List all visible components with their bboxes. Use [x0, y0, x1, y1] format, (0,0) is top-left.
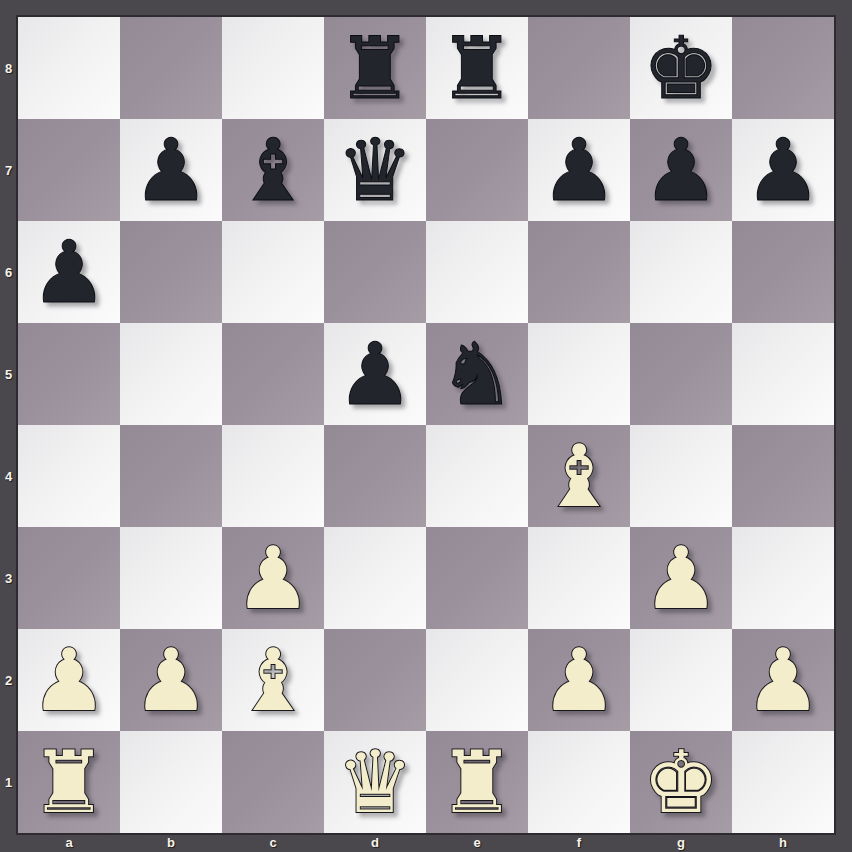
square-a2[interactable]: ♟ [18, 629, 120, 731]
file-label-d: d [324, 833, 426, 852]
square-f8[interactable] [528, 17, 630, 119]
square-e5[interactable]: ♞ [426, 323, 528, 425]
square-c8[interactable] [222, 17, 324, 119]
rank-label-3: 3 [0, 527, 17, 629]
square-b4[interactable] [120, 425, 222, 527]
rank-label-6: 6 [0, 221, 17, 323]
square-g8[interactable]: ♚ [630, 17, 732, 119]
piece-white-pawn[interactable]: ♟ [234, 527, 311, 629]
rank-label-2: 2 [0, 629, 17, 731]
square-d5[interactable]: ♟ [324, 323, 426, 425]
square-f4[interactable]: ♝ [528, 425, 630, 527]
square-f5[interactable] [528, 323, 630, 425]
file-label-a: a [18, 833, 120, 852]
rank-label-4: 4 [0, 425, 17, 527]
square-h7[interactable]: ♟ [732, 119, 834, 221]
square-g3[interactable]: ♟ [630, 527, 732, 629]
square-e4[interactable] [426, 425, 528, 527]
square-e7[interactable] [426, 119, 528, 221]
square-a5[interactable] [18, 323, 120, 425]
rank-label-5: 5 [0, 323, 17, 425]
piece-black-pawn[interactable]: ♟ [540, 119, 617, 221]
square-g2[interactable] [630, 629, 732, 731]
piece-white-queen[interactable]: ♛ [336, 731, 413, 833]
square-e3[interactable] [426, 527, 528, 629]
square-g1[interactable]: ♚ [630, 731, 732, 833]
square-b3[interactable] [120, 527, 222, 629]
square-h3[interactable] [732, 527, 834, 629]
piece-white-pawn[interactable]: ♟ [540, 629, 617, 731]
square-d4[interactable] [324, 425, 426, 527]
square-b5[interactable] [120, 323, 222, 425]
square-e8[interactable]: ♜ [426, 17, 528, 119]
square-c2[interactable]: ♝ [222, 629, 324, 731]
piece-black-rook[interactable]: ♜ [438, 17, 515, 119]
square-f6[interactable] [528, 221, 630, 323]
square-f7[interactable]: ♟ [528, 119, 630, 221]
square-a4[interactable] [18, 425, 120, 527]
piece-black-pawn[interactable]: ♟ [642, 119, 719, 221]
piece-white-pawn[interactable]: ♟ [132, 629, 209, 731]
square-a7[interactable] [18, 119, 120, 221]
piece-black-rook[interactable]: ♜ [336, 17, 413, 119]
square-c7[interactable]: ♝ [222, 119, 324, 221]
piece-black-bishop[interactable]: ♝ [234, 119, 311, 221]
square-h2[interactable]: ♟ [732, 629, 834, 731]
square-c6[interactable] [222, 221, 324, 323]
square-g7[interactable]: ♟ [630, 119, 732, 221]
square-e6[interactable] [426, 221, 528, 323]
square-f1[interactable] [528, 731, 630, 833]
square-b6[interactable] [120, 221, 222, 323]
file-label-e: e [426, 833, 528, 852]
square-a8[interactable] [18, 17, 120, 119]
piece-white-king[interactable]: ♚ [642, 731, 719, 833]
file-label-h: h [732, 833, 834, 852]
file-label-f: f [528, 833, 630, 852]
square-d1[interactable]: ♛ [324, 731, 426, 833]
square-d7[interactable]: ♛ [324, 119, 426, 221]
piece-black-king[interactable]: ♚ [642, 17, 719, 119]
square-d6[interactable] [324, 221, 426, 323]
square-b7[interactable]: ♟ [120, 119, 222, 221]
square-b2[interactable]: ♟ [120, 629, 222, 731]
square-g6[interactable] [630, 221, 732, 323]
file-label-g: g [630, 833, 732, 852]
piece-black-knight[interactable]: ♞ [438, 323, 515, 425]
piece-black-queen[interactable]: ♛ [336, 119, 413, 221]
square-e1[interactable]: ♜ [426, 731, 528, 833]
square-h8[interactable] [732, 17, 834, 119]
file-label-b: b [120, 833, 222, 852]
square-f2[interactable]: ♟ [528, 629, 630, 731]
piece-white-pawn[interactable]: ♟ [642, 527, 719, 629]
chess-board: ♜♜♚♟♝♛♟♟♟♟♟♞♝♟♟♟♟♝♟♟♜♛♜♚ [16, 15, 836, 835]
file-label-c: c [222, 833, 324, 852]
square-c3[interactable]: ♟ [222, 527, 324, 629]
square-b8[interactable] [120, 17, 222, 119]
square-d8[interactable]: ♜ [324, 17, 426, 119]
square-g4[interactable] [630, 425, 732, 527]
square-c4[interactable] [222, 425, 324, 527]
square-h5[interactable] [732, 323, 834, 425]
square-d2[interactable] [324, 629, 426, 731]
square-d3[interactable] [324, 527, 426, 629]
piece-white-rook[interactable]: ♜ [30, 731, 107, 833]
square-g5[interactable] [630, 323, 732, 425]
piece-black-pawn[interactable]: ♟ [132, 119, 209, 221]
piece-black-pawn[interactable]: ♟ [336, 323, 413, 425]
piece-white-rook[interactable]: ♜ [438, 731, 515, 833]
piece-black-pawn[interactable]: ♟ [30, 221, 107, 323]
piece-white-bishop[interactable]: ♝ [234, 629, 311, 731]
square-c1[interactable] [222, 731, 324, 833]
square-a6[interactable]: ♟ [18, 221, 120, 323]
square-h6[interactable] [732, 221, 834, 323]
piece-black-pawn[interactable]: ♟ [744, 119, 821, 221]
square-c5[interactable] [222, 323, 324, 425]
piece-white-pawn[interactable]: ♟ [30, 629, 107, 731]
chess-board-frame: ♜♜♚♟♝♛♟♟♟♟♟♞♝♟♟♟♟♝♟♟♜♛♜♚ 87654321 abcdef… [0, 0, 852, 852]
rank-label-1: 1 [0, 731, 17, 833]
square-h1[interactable] [732, 731, 834, 833]
square-e2[interactable] [426, 629, 528, 731]
square-a1[interactable]: ♜ [18, 731, 120, 833]
square-b1[interactable] [120, 731, 222, 833]
square-h4[interactable] [732, 425, 834, 527]
piece-white-bishop[interactable]: ♝ [540, 425, 617, 527]
piece-white-pawn[interactable]: ♟ [744, 629, 821, 731]
square-f3[interactable] [528, 527, 630, 629]
square-a3[interactable] [18, 527, 120, 629]
rank-label-8: 8 [0, 17, 17, 119]
rank-label-7: 7 [0, 119, 17, 221]
